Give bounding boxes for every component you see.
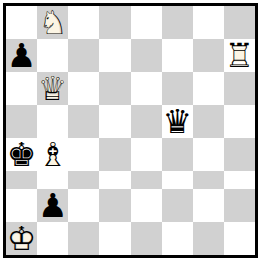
piece-black-pawn[interactable]: ♟ — [7, 39, 37, 72]
piece-black-king[interactable]: ♚ — [7, 138, 37, 171]
square-h7[interactable]: ♜♖ — [224, 39, 255, 72]
square-g4[interactable] — [193, 138, 224, 171]
square-f4[interactable] — [162, 138, 193, 171]
piece-white-rook[interactable]: ♜♖ — [225, 39, 255, 72]
white-piece-outline-glyph: ♔ — [7, 219, 37, 258]
white-piece-outline-glyph: ♕ — [38, 69, 68, 108]
square-h8[interactable] — [224, 6, 255, 39]
square-b1[interactable] — [37, 222, 68, 255]
square-a5[interactable] — [6, 105, 37, 138]
square-a2[interactable] — [6, 189, 37, 222]
square-f8[interactable] — [162, 6, 193, 39]
square-g1[interactable] — [193, 222, 224, 255]
square-e3[interactable] — [131, 171, 162, 189]
square-d8[interactable] — [99, 6, 130, 39]
white-piece-outline-glyph: ♖ — [225, 36, 255, 75]
square-g8[interactable] — [193, 6, 224, 39]
square-e1[interactable] — [131, 222, 162, 255]
square-c5[interactable] — [68, 105, 99, 138]
square-b7[interactable] — [37, 39, 68, 72]
square-c4[interactable] — [68, 138, 99, 171]
square-f7[interactable] — [162, 39, 193, 72]
square-h5[interactable] — [224, 105, 255, 138]
square-e4[interactable] — [131, 138, 162, 171]
piece-white-queen[interactable]: ♛♕ — [38, 72, 68, 105]
square-c2[interactable] — [68, 189, 99, 222]
square-h4[interactable] — [224, 138, 255, 171]
square-d7[interactable] — [99, 39, 130, 72]
square-d5[interactable] — [99, 105, 130, 138]
square-d4[interactable] — [99, 138, 130, 171]
square-h6[interactable] — [224, 72, 255, 105]
square-c7[interactable] — [68, 39, 99, 72]
square-g5[interactable] — [193, 105, 224, 138]
square-c6[interactable] — [68, 72, 99, 105]
piece-black-queen[interactable]: ♛ — [162, 105, 192, 138]
piece-white-king[interactable]: ♚♔ — [7, 222, 37, 255]
square-b4[interactable]: ♝♗ — [37, 138, 68, 171]
square-g6[interactable] — [193, 72, 224, 105]
square-g2[interactable] — [193, 189, 224, 222]
square-b6[interactable]: ♛♕ — [37, 72, 68, 105]
square-d6[interactable] — [99, 72, 130, 105]
square-a7[interactable]: ♟ — [6, 39, 37, 72]
square-c1[interactable] — [68, 222, 99, 255]
square-a4[interactable]: ♚ — [6, 138, 37, 171]
square-h3[interactable] — [224, 171, 255, 189]
square-b5[interactable] — [37, 105, 68, 138]
square-f6[interactable] — [162, 72, 193, 105]
square-g3[interactable] — [193, 171, 224, 189]
square-a1[interactable]: ♚♔ — [6, 222, 37, 255]
square-h1[interactable] — [224, 222, 255, 255]
square-d3[interactable] — [99, 171, 130, 189]
piece-white-knight[interactable]: ♞♘ — [38, 6, 68, 39]
square-f1[interactable] — [162, 222, 193, 255]
square-f2[interactable] — [162, 189, 193, 222]
square-d1[interactable] — [99, 222, 130, 255]
square-e2[interactable] — [131, 189, 162, 222]
piece-white-bishop[interactable]: ♝♗ — [38, 138, 68, 171]
square-f3[interactable] — [162, 171, 193, 189]
square-g7[interactable] — [193, 39, 224, 72]
white-piece-outline-glyph: ♗ — [38, 135, 68, 174]
piece-black-pawn[interactable]: ♟ — [38, 189, 68, 222]
square-f5[interactable]: ♛ — [162, 105, 193, 138]
chess-board: ♞♘♟♜♖♛♕♛♚♝♗♟♚♔ — [3, 3, 258, 258]
square-c8[interactable] — [68, 6, 99, 39]
square-h2[interactable] — [224, 189, 255, 222]
white-piece-outline-glyph: ♘ — [38, 3, 68, 42]
square-e8[interactable] — [131, 6, 162, 39]
square-e6[interactable] — [131, 72, 162, 105]
square-b8[interactable]: ♞♘ — [37, 6, 68, 39]
square-c3[interactable] — [68, 171, 99, 189]
square-b2[interactable]: ♟ — [37, 189, 68, 222]
square-e5[interactable] — [131, 105, 162, 138]
square-d2[interactable] — [99, 189, 130, 222]
square-e7[interactable] — [131, 39, 162, 72]
square-a8[interactable] — [6, 6, 37, 39]
square-a6[interactable] — [6, 72, 37, 105]
